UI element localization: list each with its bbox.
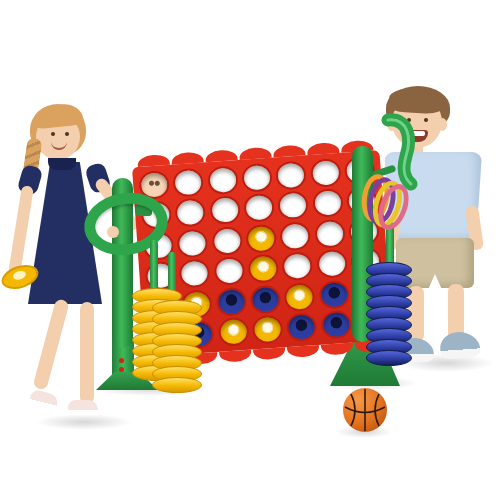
yellow-disc-stack xyxy=(152,300,200,392)
board-cell xyxy=(205,164,240,196)
yellow-disc xyxy=(286,284,314,310)
empty-slot xyxy=(179,230,207,256)
screw-dot xyxy=(119,367,124,372)
board-cell xyxy=(316,279,351,311)
board-cell xyxy=(319,309,354,341)
empty-slot xyxy=(318,251,346,277)
blue-storage-disc xyxy=(366,350,412,366)
board-cell xyxy=(209,225,244,257)
blue-disc xyxy=(322,312,350,338)
empty-slot xyxy=(177,200,205,226)
empty-slot xyxy=(245,195,273,221)
board-cell xyxy=(211,255,246,287)
empty-slot xyxy=(174,169,202,195)
board-cell xyxy=(280,251,315,283)
board-cell xyxy=(241,192,276,224)
empty-slot xyxy=(280,193,308,219)
blue-disc xyxy=(217,289,245,315)
yellow-disc xyxy=(250,256,278,282)
board-cell xyxy=(278,220,313,252)
boy-eye-right xyxy=(424,118,428,122)
empty-slot xyxy=(284,254,312,280)
boy-sneaker-right xyxy=(439,331,481,360)
empty-slot xyxy=(243,165,271,191)
board-cell xyxy=(274,159,309,191)
board-cell xyxy=(276,190,311,222)
board-scallop xyxy=(253,347,286,360)
board-cell xyxy=(312,218,347,250)
girl-eye-right xyxy=(65,132,69,136)
empty-slot xyxy=(211,197,239,223)
blue-disc-stack xyxy=(366,262,410,365)
board-cell xyxy=(284,311,319,343)
basketball xyxy=(343,388,387,432)
board-cell xyxy=(175,227,210,259)
empty-slot xyxy=(213,228,241,254)
girl-hand-right xyxy=(107,226,119,238)
board-scallop xyxy=(219,350,252,363)
board-cell xyxy=(171,166,206,198)
screw-dot xyxy=(119,358,124,363)
board-cell xyxy=(246,253,281,285)
girl-shoe-back xyxy=(29,389,60,410)
girl-dress-collar xyxy=(48,158,76,170)
boy-ear-right xyxy=(438,118,447,131)
blue-disc xyxy=(320,282,348,308)
yellow-disc xyxy=(247,226,275,252)
empty-slot xyxy=(312,160,340,186)
board-cell xyxy=(282,281,317,313)
board-cell xyxy=(173,197,208,229)
empty-slot xyxy=(316,221,344,247)
girl-leg-front xyxy=(80,302,94,404)
empty-slot xyxy=(181,261,209,287)
blue-disc xyxy=(288,314,316,340)
girl-eye-left xyxy=(51,132,55,136)
blue-disc xyxy=(252,286,280,312)
girl-shoe-front xyxy=(68,400,98,415)
board-cell xyxy=(248,283,283,315)
yellow-disc xyxy=(254,317,282,343)
board-cell xyxy=(308,157,343,189)
board-cell xyxy=(213,286,248,318)
green-tube xyxy=(378,112,418,196)
empty-slot xyxy=(282,223,310,249)
board-cell xyxy=(239,162,274,194)
board-cell xyxy=(207,194,242,226)
board-scallop xyxy=(321,343,354,356)
empty-slot xyxy=(215,258,243,284)
board-scallop xyxy=(287,345,320,358)
board-cell xyxy=(216,316,251,348)
yellow-disc xyxy=(219,319,247,345)
board-cell xyxy=(244,223,279,255)
board-cell xyxy=(177,258,212,290)
board-cell xyxy=(250,314,285,346)
empty-slot xyxy=(278,162,306,188)
girl-shadow xyxy=(36,414,132,430)
girl-arm-left xyxy=(8,185,34,276)
product-photo xyxy=(0,0,500,500)
board-cell xyxy=(314,248,349,280)
girl-leg-back xyxy=(32,298,69,390)
empty-slot xyxy=(314,190,342,216)
empty-slot xyxy=(209,167,237,193)
yellow-storage-disc xyxy=(152,377,202,393)
board-cell xyxy=(310,187,345,219)
